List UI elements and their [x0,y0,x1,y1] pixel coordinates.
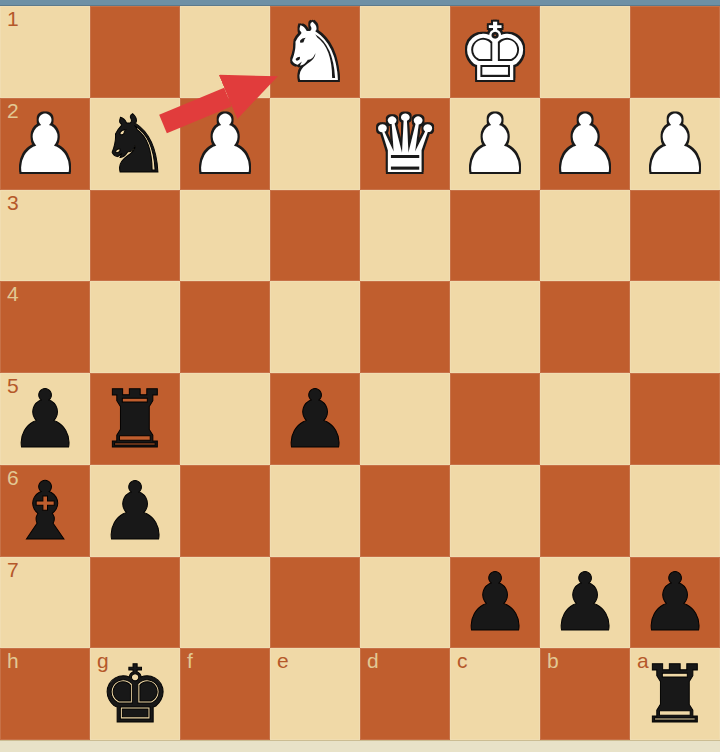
square-d8[interactable]: d [360,648,450,740]
piece-black-king[interactable]: ♚ [99,650,171,738]
rank-label-4: 4 [7,283,19,305]
square-c2[interactable]: ♟ [450,98,540,190]
square-f5[interactable] [180,373,270,465]
rank-label-7: 7 [7,559,19,581]
rank-label-3: 3 [7,192,19,214]
square-g2[interactable]: ♞ [90,98,180,190]
square-h3[interactable]: 3 [0,190,90,282]
square-e8[interactable]: e [270,648,360,740]
square-d2[interactable]: ♛ [360,98,450,190]
square-a1[interactable] [630,6,720,98]
square-b5[interactable] [540,373,630,465]
file-label-g: g [97,650,109,672]
square-e2[interactable] [270,98,360,190]
square-c6[interactable] [450,465,540,557]
square-h1[interactable]: 1 [0,6,90,98]
square-c5[interactable] [450,373,540,465]
square-d6[interactable] [360,465,450,557]
square-g7[interactable] [90,557,180,649]
square-h7[interactable]: 7 [0,557,90,649]
square-e3[interactable] [270,190,360,282]
square-a5[interactable] [630,373,720,465]
piece-white-pawn[interactable]: ♟ [639,100,711,188]
square-b7[interactable]: ♟ [540,557,630,649]
file-label-b: b [547,650,559,672]
square-f3[interactable] [180,190,270,282]
rank-label-1: 1 [7,8,19,30]
file-label-c: c [457,650,468,672]
square-c7[interactable]: ♟ [450,557,540,649]
square-g5[interactable]: ♜ [90,373,180,465]
piece-white-pawn[interactable]: ♟ [9,100,81,188]
rank-label-2: 2 [7,100,19,122]
piece-white-pawn[interactable]: ♟ [189,100,261,188]
piece-black-knight[interactable]: ♞ [99,100,171,188]
square-e5[interactable]: ♟ [270,373,360,465]
piece-black-pawn[interactable]: ♟ [99,467,171,555]
square-d1[interactable] [360,6,450,98]
piece-black-rook[interactable]: ♜ [639,650,711,738]
square-c8[interactable]: c [450,648,540,740]
chess-board: 1♞♚2♟♞♟♛♟♟♟345♟♜♟6♝♟7♟♟♟hg♚fedcba♜ [0,6,720,740]
square-c3[interactable] [450,190,540,282]
square-a4[interactable] [630,281,720,373]
square-a7[interactable]: ♟ [630,557,720,649]
square-d4[interactable] [360,281,450,373]
square-g1[interactable] [90,6,180,98]
piece-black-pawn[interactable]: ♟ [459,558,531,646]
bottom-strip [0,740,720,752]
file-label-d: d [367,650,379,672]
square-b6[interactable] [540,465,630,557]
file-label-e: e [277,650,289,672]
chess-app-screen: 1♞♚2♟♞♟♛♟♟♟345♟♜♟6♝♟7♟♟♟hg♚fedcba♜ [0,0,720,752]
piece-black-bishop[interactable]: ♝ [9,467,81,555]
piece-white-queen[interactable]: ♛ [369,100,441,188]
file-label-a: a [637,650,649,672]
square-h2[interactable]: 2♟ [0,98,90,190]
piece-black-pawn[interactable]: ♟ [279,375,351,463]
square-h8[interactable]: h [0,648,90,740]
square-b3[interactable] [540,190,630,282]
square-f4[interactable] [180,281,270,373]
rank-label-6: 6 [7,467,19,489]
file-label-f: f [187,650,193,672]
square-g3[interactable] [90,190,180,282]
square-a2[interactable]: ♟ [630,98,720,190]
square-a8[interactable]: a♜ [630,648,720,740]
square-e7[interactable] [270,557,360,649]
square-d5[interactable] [360,373,450,465]
board-grid: 1♞♚2♟♞♟♛♟♟♟345♟♜♟6♝♟7♟♟♟hg♚fedcba♜ [0,6,720,740]
square-g8[interactable]: g♚ [90,648,180,740]
square-f7[interactable] [180,557,270,649]
square-a6[interactable] [630,465,720,557]
square-d3[interactable] [360,190,450,282]
piece-black-rook[interactable]: ♜ [99,375,171,463]
square-a3[interactable] [630,190,720,282]
square-h6[interactable]: 6♝ [0,465,90,557]
square-f6[interactable] [180,465,270,557]
rank-label-5: 5 [7,375,19,397]
piece-black-pawn[interactable]: ♟ [9,375,81,463]
square-e6[interactable] [270,465,360,557]
square-e4[interactable] [270,281,360,373]
square-b8[interactable]: b [540,648,630,740]
square-c1[interactable]: ♚ [450,6,540,98]
square-c4[interactable] [450,281,540,373]
square-d7[interactable] [360,557,450,649]
file-label-h: h [7,650,19,672]
square-f8[interactable]: f [180,648,270,740]
square-f1[interactable] [180,6,270,98]
square-g4[interactable] [90,281,180,373]
square-e1[interactable]: ♞ [270,6,360,98]
piece-white-pawn[interactable]: ♟ [459,100,531,188]
square-g6[interactable]: ♟ [90,465,180,557]
square-f2[interactable]: ♟ [180,98,270,190]
piece-white-knight[interactable]: ♞ [279,8,351,96]
square-b2[interactable]: ♟ [540,98,630,190]
square-h5[interactable]: 5♟ [0,373,90,465]
piece-white-king[interactable]: ♚ [459,8,531,96]
square-b4[interactable] [540,281,630,373]
square-b1[interactable] [540,6,630,98]
piece-white-pawn[interactable]: ♟ [549,100,621,188]
piece-black-pawn[interactable]: ♟ [639,558,711,646]
piece-black-pawn[interactable]: ♟ [549,558,621,646]
square-h4[interactable]: 4 [0,281,90,373]
